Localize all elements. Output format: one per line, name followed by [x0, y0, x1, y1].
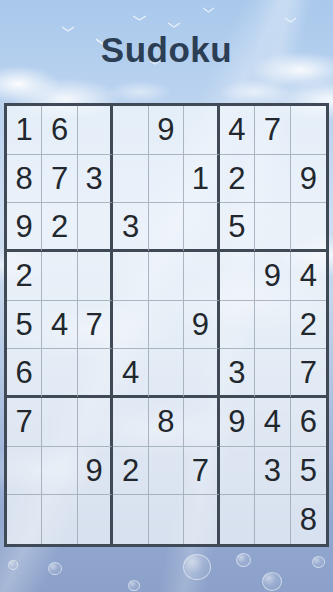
cell-r8c2[interactable] — [42, 447, 77, 496]
cell-r9c8[interactable] — [255, 495, 290, 544]
cell-r5c4[interactable] — [113, 301, 148, 350]
cell-r3c5[interactable] — [149, 203, 184, 252]
cell-r4c6[interactable] — [184, 252, 219, 301]
cell-r6c4[interactable]: 4 — [113, 349, 148, 398]
cell-r8c3[interactable]: 9 — [78, 447, 113, 496]
cell-r2c5[interactable] — [149, 155, 184, 204]
given-digit: 9 — [157, 114, 174, 145]
cell-r7c4[interactable] — [113, 398, 148, 447]
cell-r2c3[interactable]: 3 — [78, 155, 113, 204]
bubble-decoration — [262, 572, 282, 591]
given-digit: 3 — [85, 163, 102, 194]
cell-r2c4[interactable] — [113, 155, 148, 204]
cell-r8c5[interactable] — [149, 447, 184, 496]
cell-r2c8[interactable] — [255, 155, 290, 204]
given-digit: 7 — [300, 357, 317, 388]
cell-r9c1[interactable] — [7, 495, 42, 544]
given-digit: 5 — [300, 455, 317, 486]
given-digit: 4 — [51, 309, 68, 340]
cell-r4c7[interactable] — [220, 252, 255, 301]
given-digit: 2 — [16, 260, 33, 291]
cell-r9c2[interactable] — [42, 495, 77, 544]
cell-r5c9[interactable]: 2 — [291, 301, 326, 350]
given-digit: 9 — [264, 260, 281, 291]
given-digit: 2 — [228, 163, 245, 194]
given-digit: 9 — [228, 406, 245, 437]
given-digit: 4 — [228, 114, 245, 145]
cell-r2c1[interactable]: 8 — [7, 155, 42, 204]
given-digit: 9 — [16, 211, 33, 242]
given-digit: 5 — [16, 309, 33, 340]
cell-r6c6[interactable] — [184, 349, 219, 398]
bird-icon — [203, 7, 214, 13]
given-digit: 6 — [51, 114, 68, 145]
cell-r9c7[interactable] — [220, 495, 255, 544]
given-digit: 4 — [122, 357, 139, 388]
cell-r7c9[interactable]: 6 — [291, 398, 326, 447]
sudoku-board: 16947873129923529454792643778946927358 — [4, 103, 329, 547]
cell-r9c9[interactable]: 8 — [291, 495, 326, 544]
given-digit: 7 — [264, 114, 281, 145]
cell-r7c8[interactable]: 4 — [255, 398, 290, 447]
cell-r6c9[interactable]: 7 — [291, 349, 326, 398]
cell-r1c6[interactable] — [184, 106, 219, 155]
bubble-decoration — [48, 562, 62, 575]
cell-r3c9[interactable] — [291, 203, 326, 252]
cell-r9c5[interactable] — [149, 495, 184, 544]
page-title: Sudoku — [0, 30, 333, 70]
given-digit: 8 — [300, 504, 317, 535]
given-digit: 8 — [157, 406, 174, 437]
cell-r8c9[interactable]: 5 — [291, 447, 326, 496]
given-digit: 9 — [85, 455, 102, 486]
given-digit: 7 — [51, 163, 68, 194]
given-digit: 2 — [122, 455, 139, 486]
cell-r5c8[interactable] — [255, 301, 290, 350]
cell-r5c2[interactable]: 4 — [42, 301, 77, 350]
cell-r1c5[interactable]: 9 — [149, 106, 184, 155]
given-digit: 1 — [192, 163, 209, 194]
bird-icon — [133, 15, 146, 21]
cell-r6c7[interactable]: 3 — [220, 349, 255, 398]
cell-r8c1[interactable] — [7, 447, 42, 496]
bird-icon — [168, 22, 180, 28]
cell-r3c3[interactable] — [78, 203, 113, 252]
cell-r8c6[interactable]: 7 — [184, 447, 219, 496]
cell-r3c4[interactable]: 3 — [113, 203, 148, 252]
given-digit: 8 — [16, 163, 33, 194]
cell-r2c9[interactable]: 9 — [291, 155, 326, 204]
cell-r1c7[interactable]: 4 — [220, 106, 255, 155]
cell-r4c5[interactable] — [149, 252, 184, 301]
given-digit: 3 — [264, 455, 281, 486]
cell-r5c6[interactable]: 9 — [184, 301, 219, 350]
cell-r6c1[interactable]: 6 — [7, 349, 42, 398]
cell-r8c8[interactable]: 3 — [255, 447, 290, 496]
cell-r4c4[interactable] — [113, 252, 148, 301]
cell-r7c5[interactable]: 8 — [149, 398, 184, 447]
cell-r4c3[interactable] — [78, 252, 113, 301]
cell-r9c4[interactable] — [113, 495, 148, 544]
cell-r7c2[interactable] — [42, 398, 77, 447]
cell-r9c3[interactable] — [78, 495, 113, 544]
bubble-decoration — [8, 560, 18, 570]
cell-r2c2[interactable]: 7 — [42, 155, 77, 204]
cell-r5c1[interactable]: 5 — [7, 301, 42, 350]
given-digit: 9 — [300, 163, 317, 194]
cell-r2c6[interactable]: 1 — [184, 155, 219, 204]
given-digit: 3 — [122, 211, 139, 242]
cell-r5c3[interactable]: 7 — [78, 301, 113, 350]
cell-r1c2[interactable]: 6 — [42, 106, 77, 155]
given-digit: 5 — [228, 211, 245, 242]
given-digit: 3 — [228, 357, 245, 388]
given-digit: 4 — [300, 260, 317, 291]
cell-r8c7[interactable] — [220, 447, 255, 496]
cell-r6c8[interactable] — [255, 349, 290, 398]
cell-r5c7[interactable] — [220, 301, 255, 350]
cell-r7c6[interactable] — [184, 398, 219, 447]
cell-r4c9[interactable]: 4 — [291, 252, 326, 301]
given-digit: 1 — [16, 114, 33, 145]
cell-r1c9[interactable] — [291, 106, 326, 155]
cell-r1c4[interactable] — [113, 106, 148, 155]
cell-r3c7[interactable]: 5 — [220, 203, 255, 252]
given-digit: 7 — [85, 309, 102, 340]
cell-r3c6[interactable] — [184, 203, 219, 252]
cell-r3c2[interactable]: 2 — [42, 203, 77, 252]
given-digit: 9 — [192, 309, 209, 340]
given-digit: 7 — [192, 455, 209, 486]
cell-r9c6[interactable] — [184, 495, 219, 544]
given-digit: 7 — [16, 406, 33, 437]
cell-r7c7[interactable]: 9 — [220, 398, 255, 447]
cell-r2c7[interactable]: 2 — [220, 155, 255, 204]
cell-r6c3[interactable] — [78, 349, 113, 398]
cell-r1c3[interactable] — [78, 106, 113, 155]
sudoku-app-screen: Sudoku 169478731299235294547926437789469… — [0, 0, 333, 592]
given-digit: 4 — [264, 406, 281, 437]
given-digit: 6 — [16, 357, 33, 388]
cell-r6c5[interactable] — [149, 349, 184, 398]
bubble-decoration — [312, 556, 325, 568]
cell-r7c3[interactable] — [78, 398, 113, 447]
bubble-decoration — [236, 553, 251, 567]
cell-r3c8[interactable] — [255, 203, 290, 252]
cell-r3c1[interactable]: 9 — [7, 203, 42, 252]
cell-r4c2[interactable] — [42, 252, 77, 301]
cell-r6c2[interactable] — [42, 349, 77, 398]
given-digit: 2 — [300, 309, 317, 340]
bubble-decoration — [183, 554, 211, 580]
cell-r4c1[interactable]: 2 — [7, 252, 42, 301]
cell-r1c8[interactable]: 7 — [255, 106, 290, 155]
bubble-decoration — [128, 580, 140, 591]
given-digit: 6 — [300, 406, 317, 437]
given-digit: 2 — [51, 211, 68, 242]
bird-icon — [285, 17, 296, 23]
cell-r1c1[interactable]: 1 — [7, 106, 42, 155]
cell-r4c8[interactable]: 9 — [255, 252, 290, 301]
cell-r7c1[interactable]: 7 — [7, 398, 42, 447]
cell-r5c5[interactable] — [149, 301, 184, 350]
cell-r8c4[interactable]: 2 — [113, 447, 148, 496]
